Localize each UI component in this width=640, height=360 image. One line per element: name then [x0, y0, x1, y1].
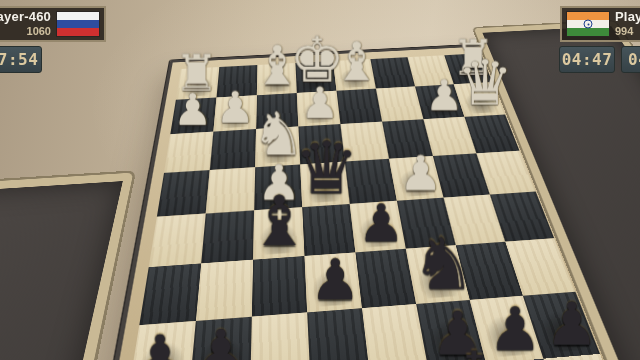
- piece-black-pawn-h7[interactable]: ♟: [132, 326, 188, 360]
- piece-black-pawn-e6[interactable]: ♟: [309, 252, 359, 308]
- board-scene: ♞♟♟ ♟ ♜♝♚♝♜♟♟♟♟♛♞♟♛♟♝♟♟♞♟♟♟♟♟♜♞♝♜♚: [0, 0, 640, 360]
- player-rating-left: 1060: [27, 25, 51, 38]
- piece-white-queen-a2[interactable]: ♛: [456, 52, 512, 115]
- player-plate-left: Player-460 1060: [0, 6, 106, 42]
- square-d2[interactable]: [337, 89, 383, 125]
- square-g5[interactable]: [201, 210, 254, 263]
- piece-white-pawn-b2[interactable]: ♟: [424, 74, 462, 117]
- piece-white-pawn-c4[interactable]: ♟: [398, 149, 441, 197]
- piece-black-pawn-a7[interactable]: ♟: [544, 294, 597, 354]
- player-rating-right: 994: [615, 25, 633, 38]
- piece-white-bishop-f1[interactable]: ♝: [253, 39, 301, 93]
- piece-black-bishop-f5[interactable]: ♝: [248, 187, 310, 256]
- player-name-left: Player-460: [0, 10, 51, 25]
- square-b2[interactable]: ♟: [415, 84, 464, 119]
- russia-flag-icon: [56, 11, 100, 37]
- square-h7[interactable]: ♟: [128, 321, 196, 360]
- india-flag-icon: [566, 11, 610, 37]
- square-g6[interactable]: [196, 260, 253, 321]
- square-d5[interactable]: ♟: [350, 201, 406, 253]
- piece-black-pawn-d5[interactable]: ♟: [357, 196, 404, 248]
- piece-black-pawn-g7[interactable]: ♟: [193, 321, 248, 360]
- piece-white-pawn-g2[interactable]: ♟: [215, 85, 254, 129]
- player-name-right: Player-: [615, 10, 640, 25]
- square-h5[interactable]: [149, 214, 206, 268]
- square-h3[interactable]: [164, 132, 213, 173]
- clock-extra-partial: 04:47: [621, 46, 640, 73]
- square-c6[interactable]: ♞: [406, 245, 470, 304]
- ashoka-chakra-icon: [584, 20, 593, 29]
- piece-black-king-c8[interactable]: ♚: [428, 338, 518, 360]
- square-e6[interactable]: ♟: [305, 252, 362, 312]
- captured-tray-white: ♞♟♟: [0, 173, 133, 360]
- square-g2[interactable]: ♟: [213, 95, 256, 131]
- game-screen: ♞♟♟ ♟ ♜♝♚♝♜♟♟♟♟♛♞♟♛♟♝♟♟♞♟♟♟♟♟♜♞♝♜♚ Playe…: [0, 0, 640, 360]
- square-f1[interactable]: ♝: [257, 63, 297, 95]
- square-e7[interactable]: [307, 308, 369, 360]
- square-g7[interactable]: ♟: [190, 317, 252, 360]
- square-g3[interactable]: [210, 129, 256, 170]
- square-d6[interactable]: [355, 249, 416, 308]
- square-f6[interactable]: [252, 256, 307, 317]
- clock-right: 04:47: [559, 46, 615, 73]
- square-f7[interactable]: [250, 312, 310, 360]
- board-frame: ♞♟♟ ♟ ♜♝♚♝♜♟♟♟♟♛♞♟♛♟♝♟♟♞♟♟♟♟♟♜♞♝♜♚: [88, 44, 640, 360]
- square-h6[interactable]: [139, 263, 201, 325]
- square-h4[interactable]: [157, 170, 210, 217]
- square-f5[interactable]: ♝: [253, 207, 304, 260]
- piece-black-knight-c6[interactable]: ♞: [410, 228, 474, 300]
- piece-white-pawn-h2[interactable]: ♟: [172, 88, 211, 132]
- player-plate-right: Player- 994: [560, 6, 640, 42]
- square-h2[interactable]: ♟: [170, 98, 216, 135]
- piece-white-pawn-e2[interactable]: ♟: [300, 81, 339, 124]
- clock-left: 07:54: [0, 46, 42, 73]
